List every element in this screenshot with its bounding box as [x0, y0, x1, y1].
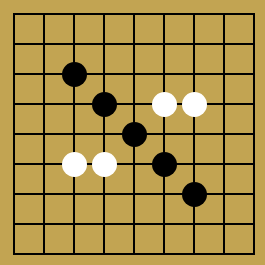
black-stone: [182, 182, 207, 207]
black-stone: [92, 92, 117, 117]
white-stone: [152, 92, 177, 117]
stones-layer: [0, 0, 265, 265]
black-stone: [152, 152, 177, 177]
white-stone: [92, 152, 117, 177]
go-board[interactable]: [0, 0, 265, 265]
white-stone: [182, 92, 207, 117]
black-stone: [122, 122, 147, 147]
black-stone: [62, 62, 87, 87]
white-stone: [62, 152, 87, 177]
